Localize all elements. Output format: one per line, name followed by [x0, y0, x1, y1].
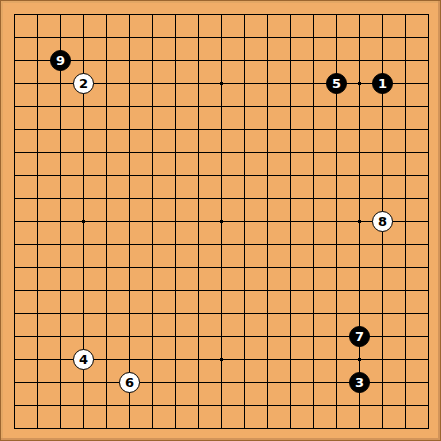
- star-point: [358, 220, 361, 223]
- go-board: 123456789: [0, 0, 441, 441]
- star-point: [358, 358, 361, 361]
- star-point: [220, 82, 223, 85]
- star-point: [220, 358, 223, 361]
- stone-black-5: 5: [326, 73, 347, 94]
- stone-black-9: 9: [50, 50, 71, 71]
- stone-black-7: 7: [349, 326, 370, 347]
- stone-black-1: 1: [372, 73, 393, 94]
- stone-white-6: 6: [119, 372, 140, 393]
- stone-white-8: 8: [372, 211, 393, 232]
- star-point: [82, 220, 85, 223]
- stone-black-3: 3: [349, 372, 370, 393]
- board-grid: 123456789: [14, 14, 429, 429]
- stone-white-4: 4: [73, 349, 94, 370]
- star-point: [220, 220, 223, 223]
- stone-white-2: 2: [73, 73, 94, 94]
- star-point: [358, 82, 361, 85]
